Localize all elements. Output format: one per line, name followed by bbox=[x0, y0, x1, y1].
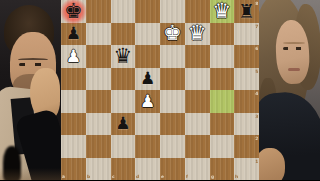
black-pawn-d5[interactable]: ♟ bbox=[135, 68, 160, 91]
square-f3[interactable] bbox=[185, 113, 210, 136]
square-h7[interactable]: 7 bbox=[234, 23, 259, 46]
file-label-g: g bbox=[211, 175, 214, 179]
square-g3[interactable] bbox=[210, 113, 235, 136]
black-queen-c6[interactable]: ♛ bbox=[111, 45, 136, 68]
black-king-a8[interactable]: ♚ bbox=[61, 0, 86, 23]
square-h4[interactable]: 4 bbox=[234, 90, 259, 113]
white-pawn-d4[interactable]: ♟ bbox=[135, 90, 160, 113]
square-a1[interactable]: a bbox=[61, 158, 86, 181]
square-b4[interactable] bbox=[86, 90, 111, 113]
square-b8[interactable] bbox=[86, 0, 111, 23]
square-a4[interactable] bbox=[61, 90, 86, 113]
thumbnail: ♚♛8♜♟♚♛7♟♛6♟5♟4♟32abcdefg1h bbox=[0, 0, 320, 180]
square-c3[interactable]: ♟ bbox=[111, 113, 136, 136]
square-h3[interactable]: 3 bbox=[234, 113, 259, 136]
square-f1[interactable]: f bbox=[185, 158, 210, 181]
right-player-hand bbox=[259, 148, 285, 180]
square-e7[interactable]: ♚ bbox=[160, 23, 185, 46]
rank-label-4: 4 bbox=[255, 91, 258, 95]
white-king-e7[interactable]: ♚ bbox=[160, 23, 185, 46]
square-a7[interactable]: ♟ bbox=[61, 23, 86, 46]
rank-label-5: 5 bbox=[255, 69, 258, 73]
square-d3[interactable] bbox=[135, 113, 160, 136]
square-e1[interactable]: e bbox=[160, 158, 185, 181]
right-player-eyes bbox=[283, 47, 304, 50]
white-queen-f7[interactable]: ♛ bbox=[185, 23, 210, 46]
square-c5[interactable] bbox=[111, 68, 136, 91]
square-g1[interactable]: g bbox=[210, 158, 235, 181]
square-f4[interactable] bbox=[185, 90, 210, 113]
square-f2[interactable] bbox=[185, 135, 210, 158]
chess-board: ♚♛8♜♟♚♛7♟♛6♟5♟4♟32abcdefg1h bbox=[61, 0, 259, 180]
square-a8[interactable]: ♚ bbox=[61, 0, 86, 23]
black-pawn-a7[interactable]: ♟ bbox=[61, 23, 86, 46]
black-pawn-c3[interactable]: ♟ bbox=[111, 113, 136, 136]
square-d2[interactable] bbox=[135, 135, 160, 158]
square-c2[interactable] bbox=[111, 135, 136, 158]
square-g5[interactable] bbox=[210, 68, 235, 91]
file-label-h: h bbox=[235, 175, 238, 179]
square-h1[interactable]: 1h bbox=[234, 158, 259, 181]
white-queen-g8[interactable]: ♛ bbox=[210, 0, 235, 23]
left-player-brow bbox=[18, 58, 48, 61]
square-b1[interactable]: b bbox=[86, 158, 111, 181]
rank-label-3: 3 bbox=[255, 114, 258, 118]
square-g6[interactable] bbox=[210, 45, 235, 68]
rank-label-1: 1 bbox=[255, 159, 258, 163]
rank-label-2: 2 bbox=[255, 136, 258, 140]
file-label-b: b bbox=[87, 175, 90, 179]
square-e6[interactable] bbox=[160, 45, 185, 68]
square-e3[interactable] bbox=[160, 113, 185, 136]
square-g4[interactable] bbox=[210, 90, 235, 113]
square-d4[interactable]: ♟ bbox=[135, 90, 160, 113]
square-b5[interactable] bbox=[86, 68, 111, 91]
file-label-a: a bbox=[62, 175, 65, 179]
square-c4[interactable] bbox=[111, 90, 136, 113]
square-h8[interactable]: 8♜ bbox=[234, 0, 259, 23]
square-c6[interactable]: ♛ bbox=[111, 45, 136, 68]
table-edge bbox=[0, 168, 61, 180]
square-f7[interactable]: ♛ bbox=[185, 23, 210, 46]
square-e4[interactable] bbox=[160, 90, 185, 113]
square-c8[interactable] bbox=[111, 0, 136, 23]
square-a2[interactable] bbox=[61, 135, 86, 158]
square-d7[interactable] bbox=[135, 23, 160, 46]
square-b6[interactable] bbox=[86, 45, 111, 68]
square-g2[interactable] bbox=[210, 135, 235, 158]
square-e5[interactable] bbox=[160, 68, 185, 91]
square-d1[interactable]: d bbox=[135, 158, 160, 181]
black-rook-h8[interactable]: ♜ bbox=[234, 0, 259, 23]
player-photo-right bbox=[259, 0, 320, 180]
square-f8[interactable] bbox=[185, 0, 210, 23]
file-label-f: f bbox=[186, 175, 188, 179]
square-d5[interactable]: ♟ bbox=[135, 68, 160, 91]
square-h6[interactable]: 6 bbox=[234, 45, 259, 68]
square-a3[interactable] bbox=[61, 113, 86, 136]
left-player-eyes bbox=[19, 63, 47, 66]
right-player-brow bbox=[283, 42, 305, 44]
square-d8[interactable] bbox=[135, 0, 160, 23]
square-b7[interactable] bbox=[86, 23, 111, 46]
square-b3[interactable] bbox=[86, 113, 111, 136]
rank-label-6: 6 bbox=[255, 46, 258, 50]
white-pawn-a6[interactable]: ♟ bbox=[61, 45, 86, 68]
player-photo-left bbox=[0, 0, 61, 180]
file-label-d: d bbox=[136, 175, 139, 179]
file-label-e: e bbox=[161, 175, 164, 179]
square-e8[interactable] bbox=[160, 0, 185, 23]
square-a5[interactable] bbox=[61, 68, 86, 91]
file-label-c: c bbox=[112, 175, 115, 179]
square-c7[interactable] bbox=[111, 23, 136, 46]
square-g7[interactable] bbox=[210, 23, 235, 46]
square-g8[interactable]: ♛ bbox=[210, 0, 235, 23]
square-f6[interactable] bbox=[185, 45, 210, 68]
square-e2[interactable] bbox=[160, 135, 185, 158]
square-h2[interactable]: 2 bbox=[234, 135, 259, 158]
square-b2[interactable] bbox=[86, 135, 111, 158]
right-player-lips bbox=[288, 68, 300, 71]
square-c1[interactable]: c bbox=[111, 158, 136, 181]
square-f5[interactable] bbox=[185, 68, 210, 91]
square-a6[interactable]: ♟ bbox=[61, 45, 86, 68]
square-h5[interactable]: 5 bbox=[234, 68, 259, 91]
square-d6[interactable] bbox=[135, 45, 160, 68]
rank-label-7: 7 bbox=[255, 24, 258, 28]
